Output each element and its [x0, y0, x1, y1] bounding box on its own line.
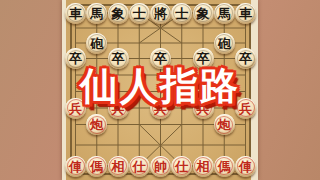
piece-black-cannon[interactable]: 砲 — [86, 33, 107, 54]
piece-red-chariot[interactable]: 俥 — [235, 156, 256, 177]
piece-black-advisor[interactable]: 士 — [129, 3, 150, 24]
piece-black-horse[interactable]: 馬 — [214, 3, 235, 24]
piece-black-elephant[interactable]: 象 — [108, 3, 129, 24]
piece-black-cannon[interactable]: 砲 — [214, 33, 235, 54]
piece-red-general[interactable]: 帥 — [150, 156, 171, 177]
piece-black-general[interactable]: 將 — [150, 3, 171, 24]
piece-black-soldier[interactable]: 卒 — [65, 48, 86, 69]
piece-black-chariot[interactable]: 車 — [65, 3, 86, 24]
piece-red-horse[interactable]: 傌 — [214, 156, 235, 177]
piece-red-chariot[interactable]: 俥 — [65, 156, 86, 177]
piece-red-horse[interactable]: 傌 — [86, 156, 107, 177]
piece-red-soldier[interactable]: 兵 — [150, 98, 171, 119]
piece-red-advisor[interactable]: 仕 — [129, 156, 150, 177]
screenshot-stage: 車馬象士將士象馬車砲砲卒卒卒卒卒兵兵兵兵兵炮炮俥傌相仕帥仕相傌俥 仙人指路 — [0, 0, 320, 180]
piece-red-advisor[interactable]: 仕 — [171, 156, 192, 177]
piece-red-soldier[interactable]: 兵 — [235, 98, 256, 119]
piece-black-elephant[interactable]: 象 — [193, 3, 214, 24]
piece-black-soldier[interactable]: 卒 — [235, 48, 256, 69]
piece-red-elephant[interactable]: 相 — [193, 156, 214, 177]
piece-black-soldier[interactable]: 卒 — [108, 48, 129, 69]
piece-black-soldier[interactable]: 卒 — [150, 48, 171, 69]
pieces-layer: 車馬象士將士象馬車砲砲卒卒卒卒卒兵兵兵兵兵炮炮俥傌相仕帥仕相傌俥 — [0, 0, 320, 180]
piece-red-cannon[interactable]: 炮 — [86, 114, 107, 135]
piece-black-chariot[interactable]: 車 — [235, 3, 256, 24]
piece-black-horse[interactable]: 馬 — [86, 3, 107, 24]
piece-red-elephant[interactable]: 相 — [108, 156, 129, 177]
piece-black-soldier[interactable]: 卒 — [193, 48, 214, 69]
piece-red-soldier[interactable]: 兵 — [65, 98, 86, 119]
piece-black-advisor[interactable]: 士 — [171, 3, 192, 24]
piece-red-soldier[interactable]: 兵 — [193, 98, 214, 119]
piece-red-cannon[interactable]: 炮 — [214, 114, 235, 135]
piece-red-soldier[interactable]: 兵 — [108, 98, 129, 119]
